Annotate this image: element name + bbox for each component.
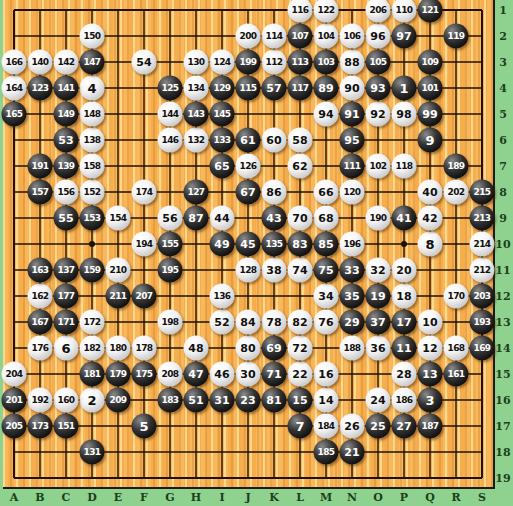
stone-N13[interactable]: 29 (340, 310, 365, 335)
stone-L10[interactable]: 83 (288, 232, 313, 257)
stone-R7[interactable]: 189 (444, 154, 469, 179)
stone-F14[interactable]: 178 (132, 336, 157, 361)
stone-K4[interactable]: 57 (262, 76, 287, 101)
stone-C6[interactable]: 53 (54, 128, 79, 153)
column-label-K: K (269, 491, 279, 504)
stone-G13[interactable]: 198 (158, 310, 183, 335)
stone-P2[interactable]: 97 (392, 24, 417, 49)
stone-M15[interactable]: 16 (314, 362, 339, 387)
move-number: 123 (32, 84, 49, 93)
stone-D15[interactable]: 181 (80, 362, 105, 387)
stone-D16[interactable]: 2 (80, 388, 105, 413)
stone-L11[interactable]: 74 (288, 258, 313, 283)
stone-P7[interactable]: 118 (392, 154, 417, 179)
move-number: 53 (58, 135, 73, 146)
move-number: 21 (344, 447, 359, 458)
move-number: 4 (87, 82, 96, 95)
stone-M2[interactable]: 104 (314, 24, 339, 49)
move-number: 188 (344, 344, 361, 353)
move-number: 177 (58, 292, 75, 301)
move-number: 207 (136, 292, 153, 301)
stone-P12[interactable]: 18 (392, 284, 417, 309)
stone-R15[interactable]: 161 (444, 362, 469, 387)
move-number: 133 (214, 136, 231, 145)
move-number: 212 (474, 266, 491, 275)
stone-K8[interactable]: 86 (262, 180, 287, 205)
stone-O5[interactable]: 92 (366, 102, 391, 127)
move-number: 71 (266, 369, 281, 380)
stone-J2[interactable]: 200 (236, 24, 261, 49)
stone-N2[interactable]: 106 (340, 24, 365, 49)
move-number: 181 (84, 370, 101, 379)
stone-D5[interactable]: 148 (80, 102, 105, 127)
stone-L6[interactable]: 58 (288, 128, 313, 153)
move-number: 182 (84, 344, 101, 353)
stone-P17[interactable]: 27 (392, 414, 417, 439)
stone-M9[interactable]: 68 (314, 206, 339, 231)
stone-Q14[interactable]: 12 (418, 336, 443, 361)
stone-R12[interactable]: 170 (444, 284, 469, 309)
move-number: 23 (240, 395, 255, 406)
stone-J15[interactable]: 30 (236, 362, 261, 387)
stone-O7[interactable]: 102 (366, 154, 391, 179)
move-number: 74 (292, 265, 307, 276)
stone-J6[interactable]: 61 (236, 128, 261, 153)
stone-O9[interactable]: 190 (366, 206, 391, 231)
row-label-6: 6 (499, 134, 507, 147)
stone-B7[interactable]: 191 (28, 154, 53, 179)
stone-Q10[interactable]: 8 (418, 232, 443, 257)
move-number: 88 (344, 57, 359, 68)
move-number: 8 (425, 238, 434, 251)
stone-H4[interactable]: 134 (184, 76, 209, 101)
row-label-19: 19 (495, 472, 510, 485)
stone-I6[interactable]: 133 (210, 128, 235, 153)
stone-L4[interactable]: 117 (288, 76, 313, 101)
stone-N18[interactable]: 21 (340, 440, 365, 465)
move-number: 140 (32, 58, 49, 67)
stone-G5[interactable]: 144 (158, 102, 183, 127)
stone-G9[interactable]: 56 (158, 206, 183, 231)
stone-I7[interactable]: 65 (210, 154, 235, 179)
stone-N17[interactable]: 26 (340, 414, 365, 439)
stone-L3[interactable]: 113 (288, 50, 313, 75)
stone-P16[interactable]: 186 (392, 388, 417, 413)
move-number: 89 (318, 83, 333, 94)
stone-L17[interactable]: 7 (288, 414, 313, 439)
stone-M5[interactable]: 94 (314, 102, 339, 127)
column-label-H: H (191, 491, 201, 504)
stone-S12[interactable]: 203 (470, 284, 495, 309)
stone-K15[interactable]: 71 (262, 362, 287, 387)
move-number: 61 (240, 135, 255, 146)
move-number: 124 (214, 58, 231, 67)
stone-D4[interactable]: 4 (80, 76, 105, 101)
move-number: 69 (266, 343, 281, 354)
stone-I12[interactable]: 136 (210, 284, 235, 309)
stone-L16[interactable]: 15 (288, 388, 313, 413)
stone-I15[interactable]: 46 (210, 362, 235, 387)
stone-R8[interactable]: 202 (444, 180, 469, 205)
move-number: 105 (370, 58, 387, 67)
column-label-S: S (478, 491, 486, 504)
stone-I5[interactable]: 145 (210, 102, 235, 127)
stone-O12[interactable]: 19 (366, 284, 391, 309)
move-number: 83 (292, 239, 307, 250)
move-number: 49 (214, 239, 229, 250)
stone-J7[interactable]: 126 (236, 154, 261, 179)
stone-M17[interactable]: 184 (314, 414, 339, 439)
move-number: 176 (32, 344, 49, 353)
move-number: 81 (266, 395, 281, 406)
stone-O14[interactable]: 36 (366, 336, 391, 361)
move-number: 30 (240, 369, 255, 380)
stone-B3[interactable]: 140 (28, 50, 53, 75)
stone-A16[interactable]: 201 (2, 388, 27, 413)
stone-B13[interactable]: 167 (28, 310, 53, 335)
move-number: 15 (292, 395, 307, 406)
move-number: 9 (425, 134, 434, 147)
move-number: 213 (474, 214, 491, 223)
stone-G11[interactable]: 195 (158, 258, 183, 283)
move-number: 199 (240, 58, 257, 67)
move-number: 33 (344, 265, 359, 276)
stone-H8[interactable]: 127 (184, 180, 209, 205)
stone-E16[interactable]: 209 (106, 388, 131, 413)
stone-J13[interactable]: 84 (236, 310, 261, 335)
stone-N5[interactable]: 91 (340, 102, 365, 127)
stone-P15[interactable]: 28 (392, 362, 417, 387)
stone-M16[interactable]: 14 (314, 388, 339, 413)
stone-A15[interactable]: 204 (2, 362, 27, 387)
stone-K9[interactable]: 43 (262, 206, 287, 231)
move-number: 54 (136, 57, 151, 68)
stone-B4[interactable]: 123 (28, 76, 53, 101)
stone-E9[interactable]: 154 (106, 206, 131, 231)
stone-I9[interactable]: 44 (210, 206, 235, 231)
move-number: 44 (214, 213, 229, 224)
stone-C12[interactable]: 177 (54, 284, 79, 309)
column-label-L: L (296, 491, 304, 504)
stone-M18[interactable]: 185 (314, 440, 339, 465)
stone-P4[interactable]: 1 (392, 76, 417, 101)
move-number: 94 (318, 109, 333, 120)
stone-C7[interactable]: 139 (54, 154, 79, 179)
move-number: 185 (318, 448, 335, 457)
stone-P11[interactable]: 20 (392, 258, 417, 283)
stone-D3[interactable]: 147 (80, 50, 105, 75)
stone-D7[interactable]: 158 (80, 154, 105, 179)
stone-E15[interactable]: 179 (106, 362, 131, 387)
row-label-13: 13 (495, 316, 510, 329)
stone-N6[interactable]: 95 (340, 128, 365, 153)
stone-O2[interactable]: 96 (366, 24, 391, 49)
stone-R2[interactable]: 119 (444, 24, 469, 49)
stone-P14[interactable]: 11 (392, 336, 417, 361)
move-number: 146 (162, 136, 179, 145)
move-number: 166 (6, 58, 23, 67)
stone-O3[interactable]: 105 (366, 50, 391, 75)
stone-N8[interactable]: 120 (340, 180, 365, 205)
column-label-G: G (165, 491, 174, 504)
row-label-9: 9 (499, 212, 507, 225)
stone-O4[interactable]: 93 (366, 76, 391, 101)
stone-B14[interactable]: 176 (28, 336, 53, 361)
move-number: 167 (32, 318, 49, 327)
move-number: 102 (370, 162, 387, 171)
stone-N10[interactable]: 196 (340, 232, 365, 257)
stone-L15[interactable]: 22 (288, 362, 313, 387)
stone-K10[interactable]: 135 (262, 232, 287, 257)
stone-K14[interactable]: 69 (262, 336, 287, 361)
move-number: 191 (32, 162, 49, 171)
go-game-viewer: 1234567891011121314151617181920212223242… (0, 0, 513, 506)
stone-J11[interactable]: 128 (236, 258, 261, 283)
stone-K16[interactable]: 81 (262, 388, 287, 413)
stone-S14[interactable]: 169 (470, 336, 495, 361)
stone-G16[interactable]: 183 (158, 388, 183, 413)
stone-D14[interactable]: 182 (80, 336, 105, 361)
move-number: 16 (318, 369, 333, 380)
stone-D11[interactable]: 159 (80, 258, 105, 283)
move-number: 42 (422, 213, 437, 224)
stone-C14[interactable]: 6 (54, 336, 79, 361)
move-number: 117 (292, 84, 309, 93)
move-number: 137 (58, 266, 75, 275)
move-number: 160 (58, 396, 75, 405)
move-number: 155 (162, 240, 179, 249)
column-label-Q: Q (425, 491, 435, 504)
stone-O13[interactable]: 37 (366, 310, 391, 335)
stone-C4[interactable]: 141 (54, 76, 79, 101)
stone-K6[interactable]: 60 (262, 128, 287, 153)
stone-H5[interactable]: 143 (184, 102, 209, 127)
move-number: 169 (474, 344, 491, 353)
stone-F8[interactable]: 174 (132, 180, 157, 205)
move-number: 194 (136, 240, 153, 249)
stone-D18[interactable]: 131 (80, 440, 105, 465)
stone-D9[interactable]: 153 (80, 206, 105, 231)
stone-B12[interactable]: 162 (28, 284, 53, 309)
stone-J10[interactable]: 45 (236, 232, 261, 257)
stone-O11[interactable]: 32 (366, 258, 391, 283)
stone-D2[interactable]: 150 (80, 24, 105, 49)
stone-R14[interactable]: 168 (444, 336, 469, 361)
stone-P5[interactable]: 98 (392, 102, 417, 127)
move-number: 25 (370, 421, 385, 432)
move-number: 154 (110, 214, 127, 223)
move-number: 91 (344, 109, 359, 120)
stone-O17[interactable]: 25 (366, 414, 391, 439)
stone-G4[interactable]: 125 (158, 76, 183, 101)
stone-O16[interactable]: 24 (366, 388, 391, 413)
move-number: 128 (240, 266, 257, 275)
stone-G15[interactable]: 208 (158, 362, 183, 387)
move-number: 36 (370, 343, 385, 354)
stone-I3[interactable]: 124 (210, 50, 235, 75)
stone-I4[interactable]: 129 (210, 76, 235, 101)
stone-E12[interactable]: 211 (106, 284, 131, 309)
move-number: 156 (58, 188, 75, 197)
stone-B11[interactable]: 163 (28, 258, 53, 283)
stone-L14[interactable]: 72 (288, 336, 313, 361)
column-label-J: J (245, 491, 250, 504)
stone-J16[interactable]: 23 (236, 388, 261, 413)
stone-N3[interactable]: 88 (340, 50, 365, 75)
row-label-8: 8 (499, 186, 507, 199)
stone-M3[interactable]: 103 (314, 50, 339, 75)
move-number: 70 (292, 213, 307, 224)
stone-C13[interactable]: 171 (54, 310, 79, 335)
stone-N11[interactable]: 33 (340, 258, 365, 283)
stone-N14[interactable]: 188 (340, 336, 365, 361)
stone-L2[interactable]: 107 (288, 24, 313, 49)
stone-K3[interactable]: 112 (262, 50, 287, 75)
stone-P9[interactable]: 41 (392, 206, 417, 231)
stone-Q15[interactable]: 13 (418, 362, 443, 387)
stone-S11[interactable]: 212 (470, 258, 495, 283)
stone-Q9[interactable]: 42 (418, 206, 443, 231)
row-label-10: 10 (495, 238, 510, 251)
stone-J3[interactable]: 199 (236, 50, 261, 75)
move-number: 131 (84, 448, 101, 457)
stone-Q3[interactable]: 109 (418, 50, 443, 75)
stone-H6[interactable]: 132 (184, 128, 209, 153)
stone-K11[interactable]: 38 (262, 258, 287, 283)
stone-L13[interactable]: 82 (288, 310, 313, 335)
stone-M4[interactable]: 89 (314, 76, 339, 101)
move-number: 107 (292, 32, 309, 41)
stone-J8[interactable]: 67 (236, 180, 261, 205)
move-number: 26 (344, 421, 359, 432)
stone-A17[interactable]: 205 (2, 414, 27, 439)
stone-N4[interactable]: 90 (340, 76, 365, 101)
stone-H3[interactable]: 130 (184, 50, 209, 75)
stone-M8[interactable]: 66 (314, 180, 339, 205)
stone-I13[interactable]: 52 (210, 310, 235, 335)
stone-N7[interactable]: 111 (340, 154, 365, 179)
stone-S10[interactable]: 214 (470, 232, 495, 257)
move-number: 22 (292, 369, 307, 380)
stone-B17[interactable]: 173 (28, 414, 53, 439)
move-number: 60 (266, 135, 281, 146)
stone-C17[interactable]: 151 (54, 414, 79, 439)
move-number: 55 (58, 213, 73, 224)
move-number: 170 (448, 292, 465, 301)
stone-Q8[interactable]: 40 (418, 180, 443, 205)
stone-P13[interactable]: 17 (392, 310, 417, 335)
move-number: 106 (344, 32, 361, 41)
move-number: 186 (396, 396, 413, 405)
stone-L9[interactable]: 70 (288, 206, 313, 231)
stone-D8[interactable]: 152 (80, 180, 105, 205)
move-number: 28 (396, 369, 411, 380)
stone-A3[interactable]: 166 (2, 50, 27, 75)
stone-Q6[interactable]: 9 (418, 128, 443, 153)
move-number: 161 (448, 370, 465, 379)
stone-L7[interactable]: 62 (288, 154, 313, 179)
stone-D6[interactable]: 138 (80, 128, 105, 153)
move-number: 200 (240, 32, 257, 41)
stone-Q17[interactable]: 187 (418, 414, 443, 439)
stone-Q4[interactable]: 101 (418, 76, 443, 101)
column-label-R: R (451, 491, 460, 504)
stone-Q16[interactable]: 3 (418, 388, 443, 413)
stone-H9[interactable]: 87 (184, 206, 209, 231)
stone-G10[interactable]: 155 (158, 232, 183, 257)
stone-M13[interactable]: 76 (314, 310, 339, 335)
stone-B8[interactable]: 157 (28, 180, 53, 205)
move-number: 183 (162, 396, 179, 405)
stone-C9[interactable]: 55 (54, 206, 79, 231)
move-number: 210 (110, 266, 127, 275)
stone-H16[interactable]: 51 (184, 388, 209, 413)
stone-S8[interactable]: 215 (470, 180, 495, 205)
stone-F10[interactable]: 194 (132, 232, 157, 257)
move-number: 80 (240, 343, 255, 354)
stone-I16[interactable]: 31 (210, 388, 235, 413)
move-number: 126 (240, 162, 257, 171)
stone-E14[interactable]: 180 (106, 336, 131, 361)
stone-F17[interactable]: 5 (132, 414, 157, 439)
stone-A4[interactable]: 164 (2, 76, 27, 101)
stone-S13[interactable]: 193 (470, 310, 495, 335)
stone-K2[interactable]: 114 (262, 24, 287, 49)
stone-C16[interactable]: 160 (54, 388, 79, 413)
stone-S9[interactable]: 213 (470, 206, 495, 231)
stone-F3[interactable]: 54 (132, 50, 157, 75)
stone-B16[interactable]: 192 (28, 388, 53, 413)
stone-M10[interactable]: 85 (314, 232, 339, 257)
stone-N12[interactable]: 35 (340, 284, 365, 309)
stone-A5[interactable]: 165 (2, 102, 27, 127)
stone-J4[interactable]: 115 (236, 76, 261, 101)
stone-E11[interactable]: 210 (106, 258, 131, 283)
move-number: 208 (162, 370, 179, 379)
move-number: 157 (32, 188, 49, 197)
stone-I10[interactable]: 49 (210, 232, 235, 257)
row-label-15: 15 (495, 368, 510, 381)
stone-J14[interactable]: 80 (236, 336, 261, 361)
stone-Q13[interactable]: 10 (418, 310, 443, 335)
move-number: 47 (188, 369, 203, 380)
move-number: 215 (474, 188, 491, 197)
move-number: 152 (84, 188, 101, 197)
stone-H15[interactable]: 47 (184, 362, 209, 387)
stone-H14[interactable]: 48 (184, 336, 209, 361)
move-number: 10 (422, 317, 437, 328)
stone-F12[interactable]: 207 (132, 284, 157, 309)
stone-Q5[interactable]: 99 (418, 102, 443, 127)
stone-K13[interactable]: 78 (262, 310, 287, 335)
move-number: 163 (32, 266, 49, 275)
move-number: 82 (292, 317, 307, 328)
stone-F15[interactable]: 175 (132, 362, 157, 387)
stone-C3[interactable]: 142 (54, 50, 79, 75)
stone-D13[interactable]: 172 (80, 310, 105, 335)
move-number: 180 (110, 344, 127, 353)
move-number: 114 (266, 32, 283, 41)
move-number: 214 (474, 240, 491, 249)
stone-C8[interactable]: 156 (54, 180, 79, 205)
stone-C5[interactable]: 149 (54, 102, 79, 127)
move-number: 101 (422, 84, 439, 93)
stone-M11[interactable]: 75 (314, 258, 339, 283)
stone-M12[interactable]: 34 (314, 284, 339, 309)
stone-G6[interactable]: 146 (158, 128, 183, 153)
stone-C11[interactable]: 137 (54, 258, 79, 283)
go-board[interactable]: 1234567891011121314151617181920212223242… (3, 0, 495, 489)
